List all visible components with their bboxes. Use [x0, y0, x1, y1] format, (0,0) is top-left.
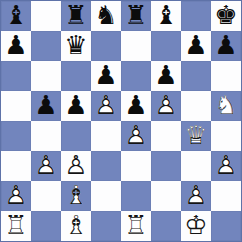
- square-b4[interactable]: [31, 121, 61, 151]
- piece-white-bishop-icon[interactable]: ♝♗: [61, 211, 91, 241]
- piece-black-pawn-icon[interactable]: ♟: [181, 31, 211, 61]
- piece-black-knight-icon[interactable]: ♞: [91, 1, 121, 31]
- piece-black-pawn-icon[interactable]: ♟: [31, 91, 61, 121]
- piece-black-rook-icon[interactable]: ♜: [61, 1, 91, 31]
- piece-black-queen-icon[interactable]: ♛: [61, 31, 91, 61]
- square-g4[interactable]: ♛♕: [181, 121, 211, 151]
- square-c6[interactable]: [61, 61, 91, 91]
- square-d4[interactable]: [91, 121, 121, 151]
- piece-white-rook-icon[interactable]: ♜♖: [121, 211, 151, 241]
- square-c8[interactable]: ♜: [61, 1, 91, 31]
- square-d3[interactable]: [91, 151, 121, 181]
- black-piece-glyph: ♟: [151, 62, 181, 88]
- square-a4[interactable]: [1, 121, 31, 151]
- square-g2[interactable]: ♟♙: [181, 181, 211, 211]
- piece-white-pawn-icon[interactable]: ♟♙: [151, 91, 181, 121]
- white-piece-outline: ♙: [31, 152, 61, 178]
- square-g3[interactable]: [181, 151, 211, 181]
- square-b8[interactable]: [31, 1, 61, 31]
- square-a7[interactable]: ♟: [1, 31, 31, 61]
- square-h3[interactable]: ♟♙: [211, 151, 241, 181]
- square-e4[interactable]: ♟♙: [121, 121, 151, 151]
- square-b2[interactable]: [31, 181, 61, 211]
- square-e7[interactable]: [121, 31, 151, 61]
- piece-white-king-icon[interactable]: ♚♔: [181, 211, 211, 241]
- black-piece-glyph: ♝: [151, 2, 181, 28]
- piece-black-pawn-icon[interactable]: ♟: [1, 31, 31, 61]
- square-h7[interactable]: ♟: [211, 31, 241, 61]
- square-a6[interactable]: [1, 61, 31, 91]
- square-b1[interactable]: [31, 211, 61, 241]
- square-g8[interactable]: [181, 1, 211, 31]
- square-a5[interactable]: [1, 91, 31, 121]
- white-piece-outline: ♙: [91, 92, 121, 118]
- square-b7[interactable]: [31, 31, 61, 61]
- black-piece-glyph: ♚: [211, 2, 241, 28]
- black-piece-glyph: ♞: [91, 2, 121, 28]
- black-piece-glyph: ♝: [1, 2, 31, 28]
- square-h8[interactable]: ♚: [211, 1, 241, 31]
- piece-white-pawn-icon[interactable]: ♟♙: [211, 151, 241, 181]
- piece-white-rook-icon[interactable]: ♜♖: [1, 211, 31, 241]
- white-piece-outline: ♙: [151, 92, 181, 118]
- square-h4[interactable]: [211, 121, 241, 151]
- piece-black-pawn-icon[interactable]: ♟: [91, 61, 121, 91]
- square-f2[interactable]: [151, 181, 181, 211]
- square-d7[interactable]: [91, 31, 121, 61]
- piece-black-bishop-icon[interactable]: ♝: [1, 1, 31, 31]
- square-f8[interactable]: ♝: [151, 1, 181, 31]
- square-c5[interactable]: ♟: [61, 91, 91, 121]
- square-a1[interactable]: ♜♖: [1, 211, 31, 241]
- square-e3[interactable]: [121, 151, 151, 181]
- square-e1[interactable]: ♜♖: [121, 211, 151, 241]
- square-d2[interactable]: [91, 181, 121, 211]
- piece-white-pawn-icon[interactable]: ♟♙: [31, 151, 61, 181]
- square-e6[interactable]: [121, 61, 151, 91]
- square-h5[interactable]: ♞♘: [211, 91, 241, 121]
- white-piece-outline: ♔: [181, 212, 211, 238]
- black-piece-glyph: ♜: [121, 2, 151, 28]
- white-piece-outline: ♖: [1, 212, 31, 238]
- black-piece-glyph: ♟: [121, 92, 151, 118]
- square-h1[interactable]: [211, 211, 241, 241]
- square-c3[interactable]: ♟♙: [61, 151, 91, 181]
- square-b3[interactable]: ♟♙: [31, 151, 61, 181]
- black-piece-glyph: ♟: [181, 32, 211, 58]
- square-d6[interactable]: ♟: [91, 61, 121, 91]
- black-piece-glyph: ♛: [61, 32, 91, 58]
- black-piece-glyph: ♜: [61, 2, 91, 28]
- square-a8[interactable]: ♝: [1, 1, 31, 31]
- square-c4[interactable]: [61, 121, 91, 151]
- white-piece-outline: ♙: [181, 182, 211, 208]
- piece-white-pawn-icon[interactable]: ♟♙: [91, 91, 121, 121]
- piece-black-pawn-icon[interactable]: ♟: [151, 61, 181, 91]
- square-d1[interactable]: [91, 211, 121, 241]
- square-a2[interactable]: ♟♙: [1, 181, 31, 211]
- black-piece-glyph: ♟: [211, 32, 241, 58]
- white-piece-outline: ♗: [61, 182, 91, 208]
- chess-board-container: ♝♜♞♜♝♚♟♛♟♟♟♟♟♟♟♙♟♟♙♞♘♟♙♛♕♟♙♟♙♟♙♟♙♝♗♟♙♜♖♝…: [0, 0, 242, 242]
- square-h6[interactable]: [211, 61, 241, 91]
- piece-black-pawn-icon[interactable]: ♟: [211, 31, 241, 61]
- black-piece-glyph: ♟: [31, 92, 61, 118]
- square-b5[interactable]: ♟: [31, 91, 61, 121]
- white-piece-outline: ♙: [121, 122, 151, 148]
- piece-white-pawn-icon[interactable]: ♟♙: [61, 151, 91, 181]
- square-h2[interactable]: [211, 181, 241, 211]
- piece-black-rook-icon[interactable]: ♜: [121, 1, 151, 31]
- piece-black-pawn-icon[interactable]: ♟: [61, 91, 91, 121]
- square-f4[interactable]: [151, 121, 181, 151]
- piece-black-bishop-icon[interactable]: ♝: [151, 1, 181, 31]
- piece-white-pawn-icon[interactable]: ♟♙: [121, 121, 151, 151]
- square-g7[interactable]: ♟: [181, 31, 211, 61]
- white-piece-outline: ♙: [1, 182, 31, 208]
- square-g6[interactable]: [181, 61, 211, 91]
- square-f1[interactable]: [151, 211, 181, 241]
- square-c2[interactable]: ♝♗: [61, 181, 91, 211]
- piece-white-bishop-icon[interactable]: ♝♗: [61, 181, 91, 211]
- black-piece-glyph: ♟: [1, 32, 31, 58]
- white-piece-outline: ♗: [61, 212, 91, 238]
- black-piece-glyph: ♟: [91, 62, 121, 88]
- piece-white-pawn-icon[interactable]: ♟♙: [181, 181, 211, 211]
- square-g5[interactable]: [181, 91, 211, 121]
- square-a3[interactable]: [1, 151, 31, 181]
- piece-white-queen-icon[interactable]: ♛♕: [181, 121, 211, 151]
- white-piece-outline: ♙: [211, 152, 241, 178]
- square-e8[interactable]: ♜: [121, 1, 151, 31]
- square-c7[interactable]: ♛: [61, 31, 91, 61]
- square-f3[interactable]: [151, 151, 181, 181]
- square-f6[interactable]: ♟: [151, 61, 181, 91]
- chess-board: ♝♜♞♜♝♚♟♛♟♟♟♟♟♟♟♙♟♟♙♞♘♟♙♛♕♟♙♟♙♟♙♟♙♝♗♟♙♜♖♝…: [0, 0, 242, 242]
- square-e2[interactable]: [121, 181, 151, 211]
- square-d8[interactable]: ♞: [91, 1, 121, 31]
- piece-white-pawn-icon[interactable]: ♟♙: [1, 181, 31, 211]
- white-piece-outline: ♖: [121, 212, 151, 238]
- piece-black-king-icon[interactable]: ♚: [211, 1, 241, 31]
- square-f7[interactable]: [151, 31, 181, 61]
- piece-black-pawn-icon[interactable]: ♟: [121, 91, 151, 121]
- square-d5[interactable]: ♟♙: [91, 91, 121, 121]
- square-c1[interactable]: ♝♗: [61, 211, 91, 241]
- square-b6[interactable]: [31, 61, 61, 91]
- white-piece-outline: ♘: [211, 92, 241, 118]
- square-f5[interactable]: ♟♙: [151, 91, 181, 121]
- white-piece-outline: ♕: [181, 122, 211, 148]
- white-piece-outline: ♙: [61, 152, 91, 178]
- piece-white-knight-icon[interactable]: ♞♘: [211, 91, 241, 121]
- square-g1[interactable]: ♚♔: [181, 211, 211, 241]
- square-e5[interactable]: ♟: [121, 91, 151, 121]
- black-piece-glyph: ♟: [61, 92, 91, 118]
